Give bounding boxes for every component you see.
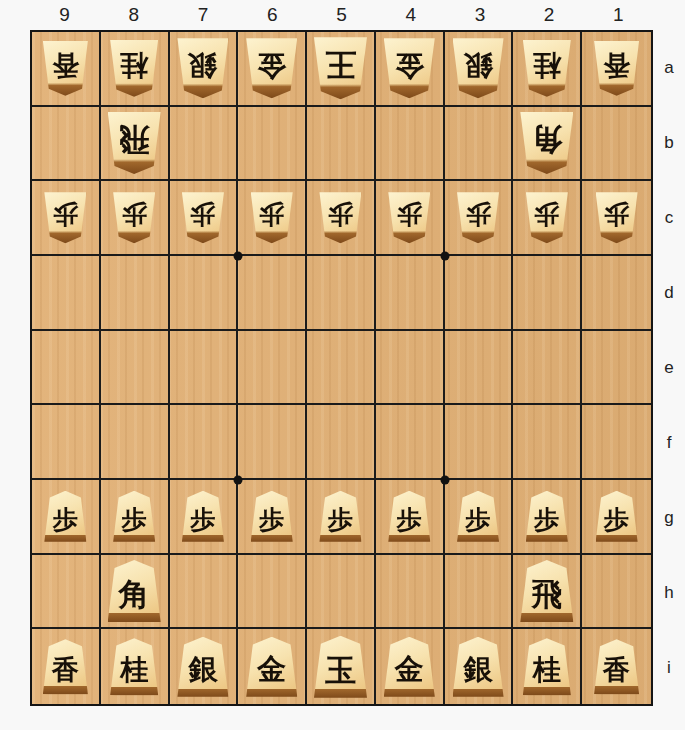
square-6i[interactable]: 金 (238, 629, 307, 704)
piece-king-sente-5i[interactable]: 玉 (314, 636, 367, 698)
rank-label-h: h (653, 556, 685, 631)
piece-kanji: 銀 (464, 655, 493, 684)
piece-pawn-gote-5c[interactable]: 歩 (319, 192, 361, 243)
piece-gold-sente-4i[interactable]: 金 (384, 637, 435, 697)
piece-silver-gote-3a[interactable]: 銀 (453, 38, 504, 98)
piece-kanji: 玉 (325, 655, 356, 686)
piece-pawn-gote-2c[interactable]: 歩 (526, 192, 568, 243)
rank-label-i: i (653, 631, 685, 706)
square-5g[interactable]: 歩 (307, 480, 376, 555)
square-2h[interactable]: 飛 (513, 555, 582, 630)
square-4b[interactable] (376, 107, 445, 182)
piece-kanji: 金 (257, 655, 286, 684)
piece-lance-gote-9a[interactable]: 香 (43, 41, 88, 96)
star-point (440, 476, 449, 485)
piece-kanji: 香 (603, 52, 630, 79)
piece-silver-sente-7i[interactable]: 銀 (177, 637, 228, 697)
square-2g[interactable]: 歩 (513, 480, 582, 555)
rank-label-e: e (653, 330, 685, 405)
square-1d[interactable] (582, 256, 651, 331)
piece-pawn-gote-3c[interactable]: 歩 (457, 192, 499, 243)
square-2c[interactable]: 歩 (513, 181, 582, 256)
square-9d[interactable] (32, 256, 101, 331)
piece-lance-sente-9i[interactable]: 香 (43, 639, 88, 694)
square-1i[interactable]: 香 (582, 629, 651, 704)
square-3i[interactable]: 銀 (445, 629, 514, 704)
square-9a[interactable]: 香 (32, 32, 101, 107)
square-6b[interactable] (238, 107, 307, 182)
square-3b[interactable] (445, 107, 514, 182)
square-2i[interactable]: 桂 (513, 629, 582, 704)
square-4g[interactable]: 歩 (376, 480, 445, 555)
square-8d[interactable] (101, 256, 170, 331)
piece-knight-gote-2a[interactable]: 桂 (523, 40, 571, 97)
square-5h[interactable] (307, 555, 376, 630)
rank-label-g: g (653, 481, 685, 556)
square-2b[interactable]: 角 (513, 107, 582, 182)
square-7a[interactable]: 銀 (170, 32, 239, 107)
square-7d[interactable] (170, 256, 239, 331)
piece-kanji: 香 (603, 656, 630, 683)
square-5f[interactable] (307, 405, 376, 480)
piece-pawn-sente-3g[interactable]: 歩 (457, 491, 499, 542)
square-7i[interactable]: 銀 (170, 629, 239, 704)
rank-label-d: d (653, 255, 685, 330)
rank-label-c: c (653, 180, 685, 255)
piece-kanji: 桂 (120, 656, 148, 684)
piece-king-gote-5a[interactable]: 王 (314, 37, 367, 99)
square-7b[interactable] (170, 107, 239, 182)
square-5i[interactable]: 玉 (307, 629, 376, 704)
piece-kanji: 桂 (533, 51, 561, 79)
square-2a[interactable]: 桂 (513, 32, 582, 107)
rank-labels: abcdefghi (653, 30, 685, 706)
piece-kanji: 金 (257, 51, 286, 80)
piece-kanji: 歩 (122, 202, 147, 227)
piece-gold-gote-6a[interactable]: 金 (246, 38, 297, 98)
square-4c[interactable]: 歩 (376, 181, 445, 256)
square-3h[interactable] (445, 555, 514, 630)
star-point (234, 476, 243, 485)
square-2f[interactable] (513, 405, 582, 480)
piece-kanji: 王 (325, 49, 356, 80)
piece-silver-sente-3i[interactable]: 銀 (453, 637, 504, 697)
square-4f[interactable] (376, 405, 445, 480)
piece-gold-sente-6i[interactable]: 金 (246, 637, 297, 697)
square-1e[interactable] (582, 331, 651, 406)
piece-kanji: 歩 (53, 202, 78, 227)
piece-kanji: 歩 (122, 507, 147, 532)
piece-kanji: 銀 (188, 655, 217, 684)
piece-kanji: 歩 (328, 202, 353, 227)
piece-kanji: 歩 (466, 202, 491, 227)
file-label-6: 6 (238, 0, 307, 29)
piece-knight-sente-2i[interactable]: 桂 (523, 638, 571, 695)
piece-kanji: 歩 (190, 507, 215, 532)
piece-kanji: 角 (119, 579, 150, 610)
square-7g[interactable]: 歩 (170, 480, 239, 555)
square-8g[interactable]: 歩 (101, 480, 170, 555)
piece-kanji: 歩 (259, 202, 284, 227)
square-7f[interactable] (170, 405, 239, 480)
square-1g[interactable]: 歩 (582, 480, 651, 555)
piece-pawn-gote-1c[interactable]: 歩 (596, 192, 638, 243)
piece-kanji: 歩 (604, 507, 629, 532)
square-9b[interactable] (32, 107, 101, 182)
square-3g[interactable]: 歩 (445, 480, 514, 555)
file-label-5: 5 (307, 0, 376, 29)
square-8b[interactable]: 飛 (101, 107, 170, 182)
square-6d[interactable] (238, 256, 307, 331)
file-label-2: 2 (515, 0, 584, 29)
square-4d[interactable] (376, 256, 445, 331)
square-5a[interactable]: 王 (307, 32, 376, 107)
square-1b[interactable] (582, 107, 651, 182)
star-point (234, 252, 243, 261)
square-5b[interactable] (307, 107, 376, 182)
square-3f[interactable] (445, 405, 514, 480)
piece-kanji: 桂 (120, 51, 148, 79)
rank-label-b: b (653, 105, 685, 180)
piece-kanji: 飛 (531, 579, 562, 610)
piece-pawn-sente-7g[interactable]: 歩 (182, 491, 224, 542)
square-8i[interactable]: 桂 (101, 629, 170, 704)
piece-kanji: 歩 (328, 507, 353, 532)
file-labels: 987654321 (30, 0, 653, 29)
square-9i[interactable]: 香 (32, 629, 101, 704)
file-label-1: 1 (584, 0, 653, 29)
piece-kanji: 歩 (190, 202, 215, 227)
square-6c[interactable]: 歩 (238, 181, 307, 256)
square-4i[interactable]: 金 (376, 629, 445, 704)
file-label-7: 7 (168, 0, 237, 29)
piece-kanji: 金 (395, 655, 424, 684)
piece-pawn-gote-4c[interactable]: 歩 (388, 192, 430, 243)
square-5d[interactable] (307, 256, 376, 331)
file-label-3: 3 (445, 0, 514, 29)
piece-pawn-sente-4g[interactable]: 歩 (388, 491, 430, 542)
piece-pawn-gote-7c[interactable]: 歩 (182, 192, 224, 243)
piece-knight-sente-8i[interactable]: 桂 (110, 638, 158, 695)
piece-silver-gote-7a[interactable]: 銀 (177, 38, 228, 98)
board-grid: 香桂銀金王金銀桂香飛角歩歩歩歩歩歩歩歩歩歩歩歩歩歩歩歩歩歩角飛香桂銀金玉金銀桂香 (32, 32, 651, 704)
square-3c[interactable]: 歩 (445, 181, 514, 256)
piece-pawn-gote-8c[interactable]: 歩 (113, 192, 155, 243)
square-7e[interactable] (170, 331, 239, 406)
piece-bishop-gote-2b[interactable]: 角 (520, 112, 573, 174)
square-6a[interactable]: 金 (238, 32, 307, 107)
piece-kanji: 香 (52, 656, 79, 683)
square-8e[interactable] (101, 331, 170, 406)
square-8f[interactable] (101, 405, 170, 480)
square-6h[interactable] (238, 555, 307, 630)
piece-kanji: 歩 (397, 202, 422, 227)
piece-rook-sente-2h[interactable]: 飛 (520, 560, 573, 622)
piece-kanji: 香 (52, 52, 79, 79)
file-label-4: 4 (376, 0, 445, 29)
square-4h[interactable] (376, 555, 445, 630)
piece-kanji: 歩 (466, 507, 491, 532)
square-5e[interactable] (307, 331, 376, 406)
square-7h[interactable] (170, 555, 239, 630)
piece-kanji: 銀 (464, 51, 493, 80)
square-1f[interactable] (582, 405, 651, 480)
square-3e[interactable] (445, 331, 514, 406)
piece-kanji: 歩 (259, 507, 284, 532)
piece-kanji: 角 (531, 124, 562, 155)
square-9f[interactable] (32, 405, 101, 480)
piece-pawn-sente-5g[interactable]: 歩 (319, 491, 361, 542)
piece-pawn-sente-6g[interactable]: 歩 (251, 491, 293, 542)
square-8c[interactable]: 歩 (101, 181, 170, 256)
piece-kanji: 歩 (534, 202, 559, 227)
square-3d[interactable] (445, 256, 514, 331)
piece-kanji: 歩 (604, 202, 629, 227)
piece-lance-sente-1i[interactable]: 香 (594, 639, 639, 694)
square-8h[interactable]: 角 (101, 555, 170, 630)
square-9e[interactable] (32, 331, 101, 406)
piece-kanji: 歩 (397, 507, 422, 532)
piece-gold-gote-4a[interactable]: 金 (384, 38, 435, 98)
piece-kanji: 歩 (53, 507, 78, 532)
square-1a[interactable]: 香 (582, 32, 651, 107)
square-7c[interactable]: 歩 (170, 181, 239, 256)
square-4e[interactable] (376, 331, 445, 406)
square-9h[interactable] (32, 555, 101, 630)
star-point (440, 252, 449, 261)
piece-kanji: 銀 (188, 51, 217, 80)
shogi-diagram: 987654321 香桂銀金王金銀桂香飛角歩歩歩歩歩歩歩歩歩歩歩歩歩歩歩歩歩歩角… (0, 0, 685, 730)
rank-label-a: a (653, 30, 685, 105)
piece-kanji: 金 (395, 51, 424, 80)
file-label-8: 8 (99, 0, 168, 29)
piece-rook-gote-8b[interactable]: 飛 (108, 112, 161, 174)
square-3a[interactable]: 銀 (445, 32, 514, 107)
piece-pawn-gote-9c[interactable]: 歩 (44, 192, 86, 243)
piece-pawn-gote-6c[interactable]: 歩 (251, 192, 293, 243)
piece-knight-gote-8a[interactable]: 桂 (110, 40, 158, 97)
shogi-board: 香桂銀金王金銀桂香飛角歩歩歩歩歩歩歩歩歩歩歩歩歩歩歩歩歩歩角飛香桂銀金玉金銀桂香 (30, 30, 653, 706)
piece-pawn-sente-2g[interactable]: 歩 (526, 491, 568, 542)
piece-kanji: 歩 (534, 507, 559, 532)
square-6g[interactable]: 歩 (238, 480, 307, 555)
piece-pawn-sente-1g[interactable]: 歩 (596, 491, 638, 542)
square-4a[interactable]: 金 (376, 32, 445, 107)
square-8a[interactable]: 桂 (101, 32, 170, 107)
square-9c[interactable]: 歩 (32, 181, 101, 256)
square-2e[interactable] (513, 331, 582, 406)
rank-label-f: f (653, 406, 685, 481)
square-6f[interactable] (238, 405, 307, 480)
piece-pawn-sente-9g[interactable]: 歩 (44, 491, 86, 542)
file-label-9: 9 (30, 0, 99, 29)
piece-kanji: 飛 (119, 124, 150, 155)
square-1h[interactable] (582, 555, 651, 630)
square-5c[interactable]: 歩 (307, 181, 376, 256)
square-1c[interactable]: 歩 (582, 181, 651, 256)
piece-lance-gote-1a[interactable]: 香 (594, 41, 639, 96)
piece-pawn-sente-8g[interactable]: 歩 (113, 491, 155, 542)
square-9g[interactable]: 歩 (32, 480, 101, 555)
piece-kanji: 桂 (533, 656, 561, 684)
square-6e[interactable] (238, 331, 307, 406)
piece-bishop-sente-8h[interactable]: 角 (108, 560, 161, 622)
square-2d[interactable] (513, 256, 582, 331)
